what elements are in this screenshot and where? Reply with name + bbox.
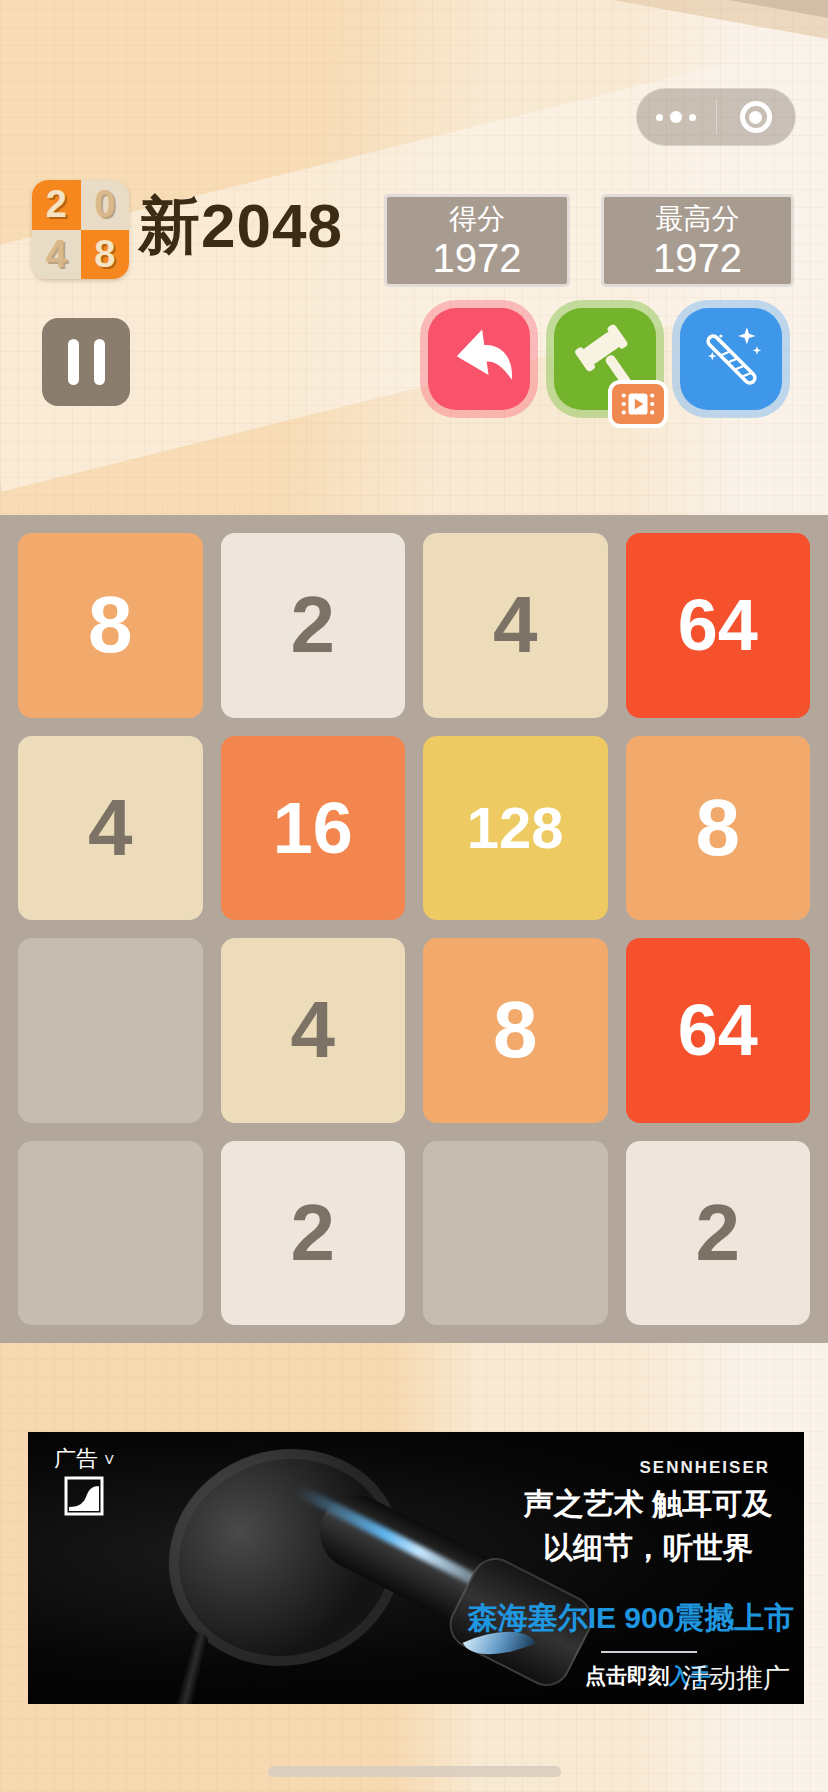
ellipsis-icon [656, 111, 696, 123]
page-title: 新2048 [138, 184, 398, 268]
circle-target-icon [740, 101, 772, 133]
wand-button[interactable] [680, 308, 782, 410]
tile-4: 4 [221, 938, 406, 1123]
ad-headline: 森海塞尔IE 900震撼上市 [458, 1598, 804, 1639]
score-label: 得分 [449, 202, 505, 236]
ad-promo-label: 活动推广 [682, 1660, 790, 1696]
video-ad-icon [619, 389, 657, 419]
score-value: 1972 [433, 236, 522, 280]
logo-tile: 8 [81, 230, 130, 280]
empty-cell [18, 1141, 203, 1326]
pause-button[interactable] [42, 318, 130, 406]
screen: 2 0 4 8 新2048 得分 1972 最高分 1972 [0, 0, 828, 1792]
undo-arrow-icon [443, 323, 515, 395]
undo-button[interactable] [428, 308, 530, 410]
chevron-down-icon: ˅ [104, 1450, 115, 1470]
ad-banner[interactable]: 广告˅ SENNHEISER 声之艺术 触耳可及 以细节，听世界 森海塞尔IE … [28, 1432, 804, 1704]
ad-tag[interactable]: 广告˅ [54, 1444, 115, 1474]
tile-2: 2 [221, 1141, 406, 1326]
pause-icon [68, 339, 79, 385]
ad-brand: SENNHEISER [639, 1458, 770, 1478]
empty-cell [18, 938, 203, 1123]
tile-16: 16 [221, 736, 406, 921]
tile-128: 128 [423, 736, 608, 921]
tile-4: 4 [18, 736, 203, 921]
ad-divider [601, 1651, 697, 1653]
tile-8: 8 [423, 938, 608, 1123]
tile-8: 8 [626, 736, 811, 921]
logo-tile: 0 [81, 180, 130, 230]
board[interactable]: 824644161288486422 [0, 515, 828, 1343]
ad-slogan-line1: 声之艺术 触耳可及 [498, 1484, 798, 1525]
empty-cell [423, 1141, 608, 1326]
tile-8: 8 [18, 533, 203, 718]
best-score-box: 最高分 1972 [601, 194, 794, 287]
hammer-button[interactable] [554, 308, 656, 410]
logo-tile: 4 [32, 230, 81, 280]
tile-4: 4 [423, 533, 608, 718]
tile-2: 2 [626, 1141, 811, 1326]
exit-button[interactable] [717, 89, 796, 145]
score-box: 得分 1972 [384, 194, 570, 287]
magic-wand-icon [695, 323, 767, 395]
tile-64: 64 [626, 533, 811, 718]
best-score-label: 最高分 [656, 202, 740, 236]
wechat-capsule [636, 88, 796, 146]
best-score-value: 1972 [653, 236, 742, 280]
tile-2: 2 [221, 533, 406, 718]
earphone-cable [172, 1631, 209, 1704]
app-logo: 2 0 4 8 [32, 180, 129, 279]
sennheiser-logo-icon [64, 1476, 104, 1516]
home-indicator[interactable] [268, 1766, 561, 1777]
ad-slogan-line2: 以细节，听世界 [498, 1528, 798, 1569]
more-button[interactable] [637, 89, 716, 145]
video-ad-badge [608, 380, 668, 428]
logo-tile: 2 [32, 180, 81, 230]
tile-64: 64 [626, 938, 811, 1123]
